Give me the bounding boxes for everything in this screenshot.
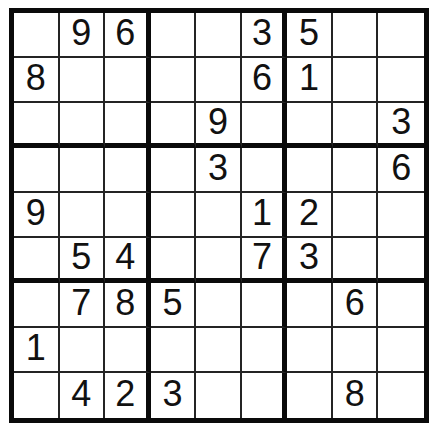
cell-r4c3-empty[interactable] bbox=[105, 148, 151, 193]
cell-r5c4-empty[interactable] bbox=[151, 193, 197, 238]
cell-r4c8-empty[interactable] bbox=[333, 148, 379, 193]
cell-r5c3-empty[interactable] bbox=[105, 193, 151, 238]
cell-r4c6-empty[interactable] bbox=[242, 148, 288, 193]
cell-r3c4-empty[interactable] bbox=[151, 103, 197, 148]
cell-r5c8-empty[interactable] bbox=[333, 193, 379, 238]
cell-r9c5-empty[interactable] bbox=[196, 373, 242, 418]
cell-r8c7-empty[interactable] bbox=[287, 328, 333, 373]
sudoku-page: 963586193369125473785614238 bbox=[0, 0, 440, 438]
cell-r9c6-empty[interactable] bbox=[242, 373, 288, 418]
cell-r7c3-given: 8 bbox=[105, 283, 151, 328]
cell-r4c5-given: 3 bbox=[196, 148, 242, 193]
cell-r3c1-empty[interactable] bbox=[14, 103, 60, 148]
cell-r1c5-empty[interactable] bbox=[196, 13, 242, 58]
cell-r9c1-empty[interactable] bbox=[14, 373, 60, 418]
cell-r1c8-empty[interactable] bbox=[333, 13, 379, 58]
cell-r3c8-empty[interactable] bbox=[333, 103, 379, 148]
cell-r4c1-empty[interactable] bbox=[14, 148, 60, 193]
cell-r6c4-empty[interactable] bbox=[151, 238, 197, 283]
cell-r4c4-empty[interactable] bbox=[151, 148, 197, 193]
cell-r6c9-empty[interactable] bbox=[378, 238, 424, 283]
sudoku-board: 963586193369125473785614238 bbox=[9, 8, 429, 423]
cell-r6c6-given: 7 bbox=[242, 238, 288, 283]
cell-r6c3-given: 4 bbox=[105, 238, 151, 283]
cell-r3c2-empty[interactable] bbox=[60, 103, 106, 148]
cell-r6c7-given: 3 bbox=[287, 238, 333, 283]
cell-r2c7-given: 1 bbox=[287, 58, 333, 103]
cell-r5c2-empty[interactable] bbox=[60, 193, 106, 238]
cell-r9c2-given: 4 bbox=[60, 373, 106, 418]
cell-r4c9-given: 6 bbox=[378, 148, 424, 193]
cell-r3c3-empty[interactable] bbox=[105, 103, 151, 148]
cell-r5c5-empty[interactable] bbox=[196, 193, 242, 238]
cell-r2c9-empty[interactable] bbox=[378, 58, 424, 103]
cell-r7c5-empty[interactable] bbox=[196, 283, 242, 328]
cell-r5c9-empty[interactable] bbox=[378, 193, 424, 238]
cell-r6c5-empty[interactable] bbox=[196, 238, 242, 283]
cell-r7c7-empty[interactable] bbox=[287, 283, 333, 328]
cell-r6c8-empty[interactable] bbox=[333, 238, 379, 283]
cell-r6c1-empty[interactable] bbox=[14, 238, 60, 283]
cell-r9c7-empty[interactable] bbox=[287, 373, 333, 418]
cell-r9c3-given: 2 bbox=[105, 373, 151, 418]
cell-r2c4-empty[interactable] bbox=[151, 58, 197, 103]
cell-r4c2-empty[interactable] bbox=[60, 148, 106, 193]
cell-r9c9-empty[interactable] bbox=[378, 373, 424, 418]
cell-r9c8-given: 8 bbox=[333, 373, 379, 418]
cell-r4c7-empty[interactable] bbox=[287, 148, 333, 193]
cell-r1c2-given: 9 bbox=[60, 13, 106, 58]
cell-r1c3-given: 6 bbox=[105, 13, 151, 58]
cell-r1c9-empty[interactable] bbox=[378, 13, 424, 58]
cell-r5c7-given: 2 bbox=[287, 193, 333, 238]
cell-r8c6-empty[interactable] bbox=[242, 328, 288, 373]
cell-r8c5-empty[interactable] bbox=[196, 328, 242, 373]
cell-r8c9-empty[interactable] bbox=[378, 328, 424, 373]
cell-r3c6-empty[interactable] bbox=[242, 103, 288, 148]
cell-r7c8-given: 6 bbox=[333, 283, 379, 328]
cell-r3c7-empty[interactable] bbox=[287, 103, 333, 148]
cell-r3c5-given: 9 bbox=[196, 103, 242, 148]
cell-r5c1-given: 9 bbox=[14, 193, 60, 238]
cell-r5c6-given: 1 bbox=[242, 193, 288, 238]
cell-r3c9-given: 3 bbox=[378, 103, 424, 148]
cell-r1c6-given: 3 bbox=[242, 13, 288, 58]
cell-r2c2-empty[interactable] bbox=[60, 58, 106, 103]
cell-r7c6-empty[interactable] bbox=[242, 283, 288, 328]
cell-r2c8-empty[interactable] bbox=[333, 58, 379, 103]
cell-r2c1-given: 8 bbox=[14, 58, 60, 103]
cell-r9c4-given: 3 bbox=[151, 373, 197, 418]
cell-r2c5-empty[interactable] bbox=[196, 58, 242, 103]
cell-r7c4-given: 5 bbox=[151, 283, 197, 328]
cell-r8c1-given: 1 bbox=[14, 328, 60, 373]
cell-r8c4-empty[interactable] bbox=[151, 328, 197, 373]
cell-r1c4-empty[interactable] bbox=[151, 13, 197, 58]
cell-r7c1-empty[interactable] bbox=[14, 283, 60, 328]
cell-r6c2-given: 5 bbox=[60, 238, 106, 283]
cell-r8c3-empty[interactable] bbox=[105, 328, 151, 373]
cell-r2c6-given: 6 bbox=[242, 58, 288, 103]
cell-r1c7-given: 5 bbox=[287, 13, 333, 58]
cell-r1c1-empty[interactable] bbox=[14, 13, 60, 58]
cell-r7c9-empty[interactable] bbox=[378, 283, 424, 328]
cell-r8c8-empty[interactable] bbox=[333, 328, 379, 373]
cell-r7c2-given: 7 bbox=[60, 283, 106, 328]
cell-r8c2-empty[interactable] bbox=[60, 328, 106, 373]
cell-r2c3-empty[interactable] bbox=[105, 58, 151, 103]
